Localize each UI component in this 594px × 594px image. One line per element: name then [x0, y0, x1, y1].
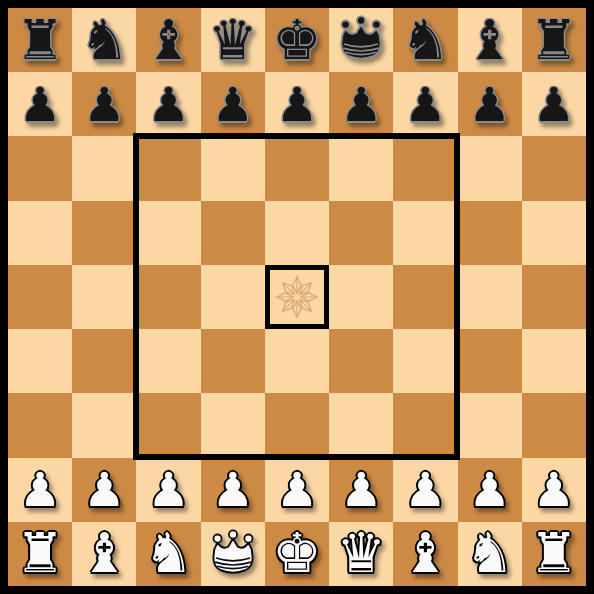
square-i7[interactable]	[522, 136, 586, 200]
square-a1[interactable]: ♜	[8, 522, 72, 586]
piece-black-pawn[interactable]: ♟	[533, 81, 575, 128]
square-g9[interactable]: ♞	[393, 8, 457, 72]
piece-black-pawn[interactable]: ♟	[469, 81, 511, 128]
square-b7[interactable]	[72, 136, 136, 200]
piece-black-rook[interactable]: ♜	[529, 13, 578, 68]
piece-white-pawn[interactable]: ♟	[147, 466, 189, 513]
square-c9[interactable]: ♝	[136, 8, 200, 72]
piece-black-king[interactable]: ♚	[272, 13, 321, 68]
piece-black-pawn[interactable]: ♟	[276, 81, 318, 128]
square-i1[interactable]: ♜	[522, 522, 586, 586]
square-d5[interactable]	[201, 265, 265, 329]
piece-white-pawn[interactable]: ♟	[340, 466, 382, 513]
piece-white-knight[interactable]: ♞	[144, 526, 193, 581]
square-c2[interactable]: ♟	[136, 458, 200, 522]
square-e1[interactable]: ♚	[265, 522, 329, 586]
square-c5[interactable]	[136, 265, 200, 329]
piece-black-pawn[interactable]: ♟	[147, 81, 189, 128]
square-g4[interactable]	[393, 329, 457, 393]
square-b2[interactable]: ♟	[72, 458, 136, 522]
piece-white-rook[interactable]: ♜	[529, 526, 578, 581]
square-b5[interactable]	[72, 265, 136, 329]
square-h9[interactable]: ♝	[458, 8, 522, 72]
square-c7[interactable]	[136, 136, 200, 200]
piece-black-pawn[interactable]: ♟	[212, 81, 254, 128]
square-g1[interactable]: ♝	[393, 522, 457, 586]
square-g7[interactable]	[393, 136, 457, 200]
piece-white-queen[interactable]: ♛	[337, 526, 386, 581]
square-a7[interactable]	[8, 136, 72, 200]
square-h2[interactable]: ♟	[458, 458, 522, 522]
piece-white-king[interactable]: ♚	[272, 526, 321, 581]
square-e4[interactable]	[265, 329, 329, 393]
square-c8[interactable]: ♟	[136, 72, 200, 136]
square-h5[interactable]	[458, 265, 522, 329]
piece-black-rook[interactable]: ♜	[15, 13, 64, 68]
square-i5[interactable]	[522, 265, 586, 329]
piece-black-bishop[interactable]: ♝	[144, 13, 193, 68]
piece-white-pawn[interactable]: ♟	[469, 466, 511, 513]
square-b4[interactable]	[72, 329, 136, 393]
square-d1[interactable]	[201, 522, 265, 586]
piece-white-pawn[interactable]: ♟	[19, 466, 61, 513]
piece-black-commoner[interactable]	[335, 14, 387, 66]
square-d4[interactable]	[201, 329, 265, 393]
square-a3[interactable]	[8, 393, 72, 457]
square-d8[interactable]: ♟	[201, 72, 265, 136]
square-e5[interactable]	[265, 265, 329, 329]
square-d7[interactable]	[201, 136, 265, 200]
square-f1[interactable]: ♛	[329, 522, 393, 586]
piece-white-pawn[interactable]: ♟	[83, 466, 125, 513]
square-e9[interactable]: ♚	[265, 8, 329, 72]
piece-black-queen[interactable]: ♛	[208, 13, 257, 68]
square-e2[interactable]: ♟	[265, 458, 329, 522]
square-h1[interactable]: ♞	[458, 522, 522, 586]
square-g3[interactable]	[393, 393, 457, 457]
square-b1[interactable]: ♝	[72, 522, 136, 586]
piece-black-pawn[interactable]: ♟	[83, 81, 125, 128]
piece-black-knight[interactable]: ♞	[80, 13, 129, 68]
square-h7[interactable]	[458, 136, 522, 200]
piece-white-knight[interactable]: ♞	[465, 526, 514, 581]
square-g5[interactable]	[393, 265, 457, 329]
square-f9[interactable]	[329, 8, 393, 72]
piece-black-pawn[interactable]: ♟	[19, 81, 61, 128]
square-a9[interactable]: ♜	[8, 8, 72, 72]
piece-white-commoner[interactable]	[207, 528, 259, 580]
square-f2[interactable]: ♟	[329, 458, 393, 522]
chess-board: ♜♞♝♛♚♞♝♜♟♟♟♟♟♟♟♟♟♟♟♟♟♟♟♟♟♟♜♝♞♚♛♝♞♜	[8, 8, 586, 586]
square-a8[interactable]: ♟	[8, 72, 72, 136]
square-e6[interactable]	[265, 201, 329, 265]
square-b6[interactable]	[72, 201, 136, 265]
square-i4[interactable]	[522, 329, 586, 393]
piece-black-pawn[interactable]: ♟	[340, 81, 382, 128]
square-i9[interactable]: ♜	[522, 8, 586, 72]
throne-star-icon	[274, 274, 320, 320]
square-h6[interactable]	[458, 201, 522, 265]
square-g6[interactable]	[393, 201, 457, 265]
square-c4[interactable]	[136, 329, 200, 393]
square-e7[interactable]	[265, 136, 329, 200]
piece-white-rook[interactable]: ♜	[15, 526, 64, 581]
piece-black-bishop[interactable]: ♝	[465, 13, 514, 68]
square-e3[interactable]	[265, 393, 329, 457]
square-b9[interactable]: ♞	[72, 8, 136, 72]
square-h4[interactable]	[458, 329, 522, 393]
square-c3[interactable]	[136, 393, 200, 457]
square-i8[interactable]: ♟	[522, 72, 586, 136]
square-d2[interactable]: ♟	[201, 458, 265, 522]
board-frame: ♜♞♝♛♚♞♝♜♟♟♟♟♟♟♟♟♟♟♟♟♟♟♟♟♟♟♜♝♞♚♛♝♞♜	[0, 0, 594, 594]
square-f7[interactable]	[329, 136, 393, 200]
piece-white-bishop[interactable]: ♝	[401, 526, 450, 581]
square-g2[interactable]: ♟	[393, 458, 457, 522]
square-i3[interactable]	[522, 393, 586, 457]
square-b8[interactable]: ♟	[72, 72, 136, 136]
piece-white-pawn[interactable]: ♟	[404, 466, 446, 513]
piece-black-knight[interactable]: ♞	[401, 13, 450, 68]
piece-white-pawn[interactable]: ♟	[212, 466, 254, 513]
square-c1[interactable]: ♞	[136, 522, 200, 586]
square-i6[interactable]	[522, 201, 586, 265]
piece-white-bishop[interactable]: ♝	[80, 526, 129, 581]
square-f6[interactable]	[329, 201, 393, 265]
piece-black-pawn[interactable]: ♟	[404, 81, 446, 128]
square-f5[interactable]	[329, 265, 393, 329]
square-a2[interactable]: ♟	[8, 458, 72, 522]
piece-white-pawn[interactable]: ♟	[533, 466, 575, 513]
square-i2[interactable]: ♟	[522, 458, 586, 522]
square-a4[interactable]	[8, 329, 72, 393]
square-h3[interactable]	[458, 393, 522, 457]
square-d9[interactable]: ♛	[201, 8, 265, 72]
square-b3[interactable]	[72, 393, 136, 457]
piece-white-pawn[interactable]: ♟	[276, 466, 318, 513]
square-a5[interactable]	[8, 265, 72, 329]
square-f4[interactable]	[329, 329, 393, 393]
square-f3[interactable]	[329, 393, 393, 457]
square-d6[interactable]	[201, 201, 265, 265]
square-h8[interactable]: ♟	[458, 72, 522, 136]
square-c6[interactable]	[136, 201, 200, 265]
square-d3[interactable]	[201, 393, 265, 457]
square-g8[interactable]: ♟	[393, 72, 457, 136]
square-e8[interactable]: ♟	[265, 72, 329, 136]
square-f8[interactable]: ♟	[329, 72, 393, 136]
square-a6[interactable]	[8, 201, 72, 265]
